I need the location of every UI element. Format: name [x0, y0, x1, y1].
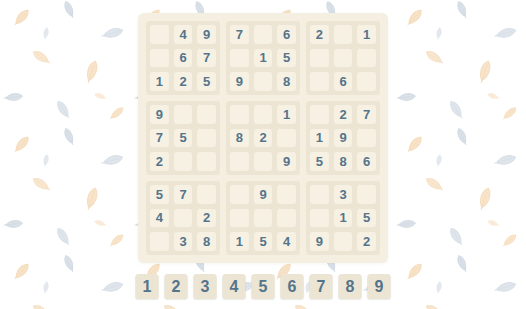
- cell-r2c2[interactable]: 6: [174, 49, 193, 68]
- cell-r2c4[interactable]: [230, 49, 249, 68]
- cell-r4c7[interactable]: [310, 105, 329, 124]
- cell-r8c3[interactable]: 2: [197, 209, 216, 228]
- cell-r3c1[interactable]: 1: [150, 72, 169, 91]
- cell-r8c9[interactable]: 5: [357, 209, 376, 228]
- cell-r5c4[interactable]: 8: [230, 129, 249, 148]
- number-button-2[interactable]: 2: [165, 274, 188, 299]
- cell-r1c5[interactable]: [254, 25, 273, 44]
- cell-r8c6[interactable]: [277, 209, 296, 228]
- cell-r4c3[interactable]: [197, 105, 216, 124]
- cell-r1c1[interactable]: [150, 25, 169, 44]
- number-button-5[interactable]: 5: [252, 274, 275, 299]
- cell-r9c6[interactable]: 4: [277, 232, 296, 251]
- cell-r8c5[interactable]: [254, 209, 273, 228]
- cell-r8c8[interactable]: 1: [334, 209, 353, 228]
- cell-r5c8[interactable]: 9: [334, 129, 353, 148]
- sudoku-app: 4967125761598216975218292719586574238915…: [0, 0, 526, 309]
- board-block-8: 9154: [226, 181, 300, 255]
- board-block-5: 1829: [226, 101, 300, 175]
- cell-r2c7[interactable]: [310, 49, 329, 68]
- cell-r2c6[interactable]: 5: [277, 49, 296, 68]
- cell-r3c7[interactable]: [310, 72, 329, 91]
- number-button-6[interactable]: 6: [281, 274, 304, 299]
- cell-r3c3[interactable]: 5: [197, 72, 216, 91]
- cell-r7c5[interactable]: 9: [254, 185, 273, 204]
- cell-r3c6[interactable]: 8: [277, 72, 296, 91]
- cell-r2c9[interactable]: [357, 49, 376, 68]
- cell-r9c7[interactable]: 9: [310, 232, 329, 251]
- board-block-9: 31592: [306, 181, 380, 255]
- cell-r1c8[interactable]: [334, 25, 353, 44]
- board-block-2: 761598: [226, 21, 300, 95]
- cell-r7c4[interactable]: [230, 185, 249, 204]
- cell-r3c2[interactable]: 2: [174, 72, 193, 91]
- number-button-3[interactable]: 3: [194, 274, 217, 299]
- cell-r2c5[interactable]: 1: [254, 49, 273, 68]
- cell-r4c6[interactable]: 1: [277, 105, 296, 124]
- cell-r4c5[interactable]: [254, 105, 273, 124]
- sudoku-board: 4967125761598216975218292719586574238915…: [138, 13, 388, 263]
- number-button-9[interactable]: 9: [368, 274, 391, 299]
- cell-r9c9[interactable]: 2: [357, 232, 376, 251]
- board-block-6: 2719586: [306, 101, 380, 175]
- cell-r3c9[interactable]: [357, 72, 376, 91]
- cell-r5c9[interactable]: [357, 129, 376, 148]
- cell-r2c1[interactable]: [150, 49, 169, 68]
- cell-r6c7[interactable]: 5: [310, 152, 329, 171]
- cell-r7c3[interactable]: [197, 185, 216, 204]
- number-button-8[interactable]: 8: [339, 274, 362, 299]
- cell-r7c6[interactable]: [277, 185, 296, 204]
- cell-r5c1[interactable]: 7: [150, 129, 169, 148]
- board-block-4: 9752: [146, 101, 220, 175]
- number-button-1[interactable]: 1: [136, 274, 159, 299]
- cell-r1c2[interactable]: 4: [174, 25, 193, 44]
- cell-r5c7[interactable]: 1: [310, 129, 329, 148]
- cell-r1c7[interactable]: 2: [310, 25, 329, 44]
- cell-r5c2[interactable]: 5: [174, 129, 193, 148]
- cell-r6c1[interactable]: 2: [150, 152, 169, 171]
- cell-r4c4[interactable]: [230, 105, 249, 124]
- cell-r7c1[interactable]: 5: [150, 185, 169, 204]
- cell-r4c2[interactable]: [174, 105, 193, 124]
- cell-r9c2[interactable]: 3: [174, 232, 193, 251]
- cell-r9c4[interactable]: 1: [230, 232, 249, 251]
- cell-r5c6[interactable]: [277, 129, 296, 148]
- cell-r2c3[interactable]: 7: [197, 49, 216, 68]
- cell-r9c1[interactable]: [150, 232, 169, 251]
- cell-r3c8[interactable]: 6: [334, 72, 353, 91]
- cell-r9c3[interactable]: 8: [197, 232, 216, 251]
- cell-r4c9[interactable]: 7: [357, 105, 376, 124]
- cell-r7c8[interactable]: 3: [334, 185, 353, 204]
- cell-r5c3[interactable]: [197, 129, 216, 148]
- board-block-1: 4967125: [146, 21, 220, 95]
- cell-r6c2[interactable]: [174, 152, 193, 171]
- number-button-4[interactable]: 4: [223, 274, 246, 299]
- cell-r1c9[interactable]: 1: [357, 25, 376, 44]
- cell-r7c9[interactable]: [357, 185, 376, 204]
- cell-r8c7[interactable]: [310, 209, 329, 228]
- cell-r1c3[interactable]: 9: [197, 25, 216, 44]
- cell-r7c7[interactable]: [310, 185, 329, 204]
- cell-r1c4[interactable]: 7: [230, 25, 249, 44]
- cell-r6c8[interactable]: 8: [334, 152, 353, 171]
- cell-r8c1[interactable]: 4: [150, 209, 169, 228]
- cell-r4c8[interactable]: 2: [334, 105, 353, 124]
- cell-r1c6[interactable]: 6: [277, 25, 296, 44]
- board-block-3: 216: [306, 21, 380, 95]
- cell-r4c1[interactable]: 9: [150, 105, 169, 124]
- board-block-7: 574238: [146, 181, 220, 255]
- cell-r2c8[interactable]: [334, 49, 353, 68]
- cell-r9c5[interactable]: 5: [254, 232, 273, 251]
- cell-r3c4[interactable]: 9: [230, 72, 249, 91]
- cell-r6c5[interactable]: [254, 152, 273, 171]
- cell-r6c3[interactable]: [197, 152, 216, 171]
- cell-r3c5[interactable]: [254, 72, 273, 91]
- cell-r7c2[interactable]: 7: [174, 185, 193, 204]
- cell-r6c4[interactable]: [230, 152, 249, 171]
- cell-r5c5[interactable]: 2: [254, 129, 273, 148]
- cell-r9c8[interactable]: [334, 232, 353, 251]
- cell-r8c2[interactable]: [174, 209, 193, 228]
- number-button-7[interactable]: 7: [310, 274, 333, 299]
- cell-r8c4[interactable]: [230, 209, 249, 228]
- number-selector: 123456789: [136, 274, 391, 299]
- cell-r6c6[interactable]: 9: [277, 152, 296, 171]
- cell-r6c9[interactable]: 6: [357, 152, 376, 171]
